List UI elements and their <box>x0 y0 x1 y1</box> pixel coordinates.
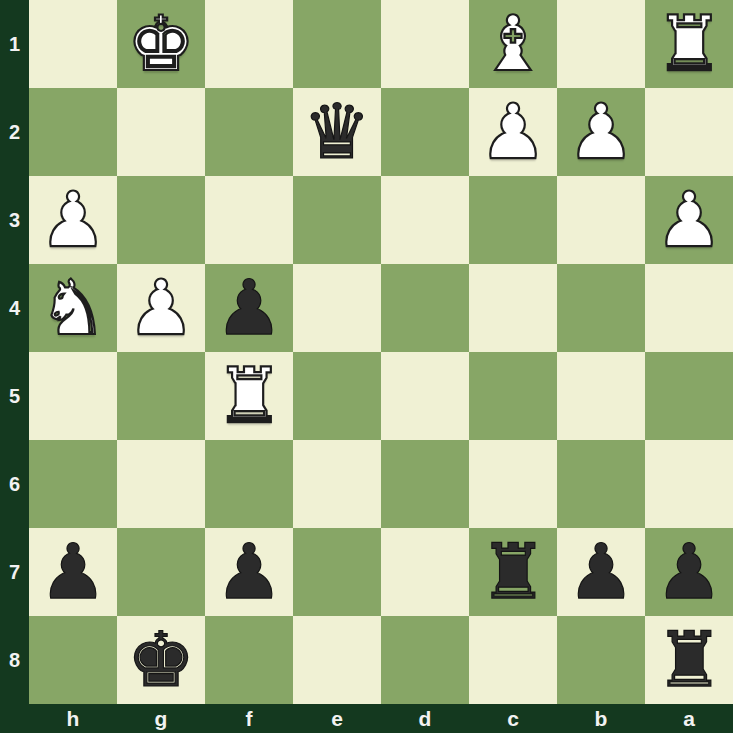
square-c8[interactable] <box>469 616 557 704</box>
rank-label-6: 6 <box>0 440 29 528</box>
black-king-g8[interactable]: ♚ <box>127 616 195 704</box>
file-label-g: g <box>117 704 205 733</box>
square-h7[interactable]: ♟ <box>29 528 117 616</box>
rank-label-5: 5 <box>0 352 29 440</box>
white-bishop-c1[interactable]: ♝ <box>479 0 547 88</box>
black-pawn-h7[interactable]: ♟ <box>39 528 107 616</box>
file-label-e: e <box>293 704 381 733</box>
file-label-c: c <box>469 704 557 733</box>
square-e7[interactable] <box>293 528 381 616</box>
black-rook-c7[interactable]: ♜ <box>479 528 547 616</box>
square-h2[interactable] <box>29 88 117 176</box>
rank-label-3: 3 <box>0 176 29 264</box>
square-g6[interactable] <box>117 440 205 528</box>
square-d3[interactable] <box>381 176 469 264</box>
square-f4[interactable]: ♟ <box>205 264 293 352</box>
square-c2[interactable]: ♟ <box>469 88 557 176</box>
white-king-g1[interactable]: ♚ <box>127 0 195 88</box>
square-c6[interactable] <box>469 440 557 528</box>
square-f6[interactable] <box>205 440 293 528</box>
square-d7[interactable] <box>381 528 469 616</box>
white-knight-h4[interactable]: ♞ <box>39 264 107 352</box>
square-c5[interactable] <box>469 352 557 440</box>
rank-label-4: 4 <box>0 264 29 352</box>
white-pawn-g4[interactable]: ♟ <box>127 264 195 352</box>
square-e3[interactable] <box>293 176 381 264</box>
square-b7[interactable]: ♟ <box>557 528 645 616</box>
rank-label-8: 8 <box>0 616 29 704</box>
square-g2[interactable] <box>117 88 205 176</box>
rank-label-1: 1 <box>0 0 29 88</box>
square-f2[interactable] <box>205 88 293 176</box>
square-f5[interactable]: ♜ <box>205 352 293 440</box>
file-label-f: f <box>205 704 293 733</box>
square-f3[interactable] <box>205 176 293 264</box>
square-a7[interactable]: ♟ <box>645 528 733 616</box>
black-pawn-b7[interactable]: ♟ <box>567 528 635 616</box>
white-pawn-c2[interactable]: ♟ <box>479 88 547 176</box>
square-d6[interactable] <box>381 440 469 528</box>
square-b6[interactable] <box>557 440 645 528</box>
square-e8[interactable] <box>293 616 381 704</box>
square-h1[interactable] <box>29 0 117 88</box>
square-g4[interactable]: ♟ <box>117 264 205 352</box>
square-d5[interactable] <box>381 352 469 440</box>
square-e2[interactable]: ♛ <box>293 88 381 176</box>
square-a6[interactable] <box>645 440 733 528</box>
square-c7[interactable]: ♜ <box>469 528 557 616</box>
square-a2[interactable] <box>645 88 733 176</box>
file-label-d: d <box>381 704 469 733</box>
square-a1[interactable]: ♜ <box>645 0 733 88</box>
square-h4[interactable]: ♞ <box>29 264 117 352</box>
white-rook-f5[interactable]: ♜ <box>215 352 283 440</box>
square-b2[interactable]: ♟ <box>557 88 645 176</box>
square-g8[interactable]: ♚ <box>117 616 205 704</box>
black-pawn-f4[interactable]: ♟ <box>215 264 283 352</box>
square-h6[interactable] <box>29 440 117 528</box>
square-a8[interactable]: ♜ <box>645 616 733 704</box>
square-a3[interactable]: ♟ <box>645 176 733 264</box>
square-b5[interactable] <box>557 352 645 440</box>
square-c1[interactable]: ♝ <box>469 0 557 88</box>
square-d1[interactable] <box>381 0 469 88</box>
white-pawn-h3[interactable]: ♟ <box>39 176 107 264</box>
square-b3[interactable] <box>557 176 645 264</box>
square-d8[interactable] <box>381 616 469 704</box>
black-pawn-f7[interactable]: ♟ <box>215 528 283 616</box>
white-rook-a1[interactable]: ♜ <box>655 0 723 88</box>
black-rook-a8[interactable]: ♜ <box>655 616 723 704</box>
square-b1[interactable] <box>557 0 645 88</box>
black-queen-e2[interactable]: ♛ <box>303 88 371 176</box>
square-c4[interactable] <box>469 264 557 352</box>
square-d2[interactable] <box>381 88 469 176</box>
square-a5[interactable] <box>645 352 733 440</box>
square-h8[interactable] <box>29 616 117 704</box>
rank-label-2: 2 <box>0 88 29 176</box>
square-g7[interactable] <box>117 528 205 616</box>
file-label-b: b <box>557 704 645 733</box>
board-corner <box>0 704 29 733</box>
square-e5[interactable] <box>293 352 381 440</box>
square-e6[interactable] <box>293 440 381 528</box>
square-g1[interactable]: ♚ <box>117 0 205 88</box>
square-g3[interactable] <box>117 176 205 264</box>
file-label-a: a <box>645 704 733 733</box>
black-pawn-a7[interactable]: ♟ <box>655 528 723 616</box>
rank-label-7: 7 <box>0 528 29 616</box>
square-a4[interactable] <box>645 264 733 352</box>
white-pawn-b2[interactable]: ♟ <box>567 88 635 176</box>
square-f7[interactable]: ♟ <box>205 528 293 616</box>
square-c3[interactable] <box>469 176 557 264</box>
white-pawn-a3[interactable]: ♟ <box>655 176 723 264</box>
square-h5[interactable] <box>29 352 117 440</box>
square-b8[interactable] <box>557 616 645 704</box>
square-d4[interactable] <box>381 264 469 352</box>
square-h3[interactable]: ♟ <box>29 176 117 264</box>
file-label-h: h <box>29 704 117 733</box>
chess-board: 1♚♝♜2♛♟♟3♟♟4♞♟♟5♜67♟♟♜♟♟8♚♜hgfedcba <box>0 0 733 733</box>
square-b4[interactable] <box>557 264 645 352</box>
square-f1[interactable] <box>205 0 293 88</box>
square-e4[interactable] <box>293 264 381 352</box>
square-g5[interactable] <box>117 352 205 440</box>
square-f8[interactable] <box>205 616 293 704</box>
square-e1[interactable] <box>293 0 381 88</box>
